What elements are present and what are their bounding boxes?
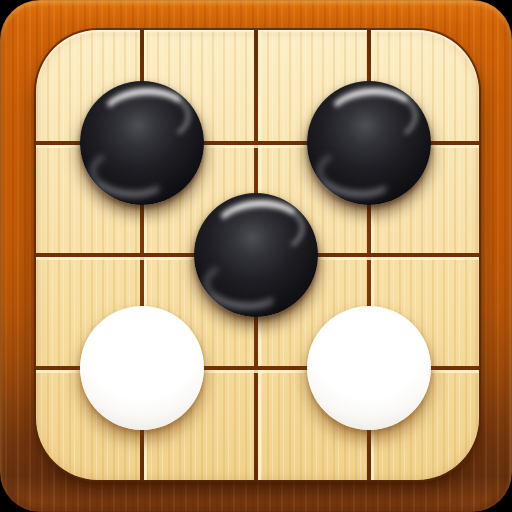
black-stone — [307, 81, 431, 205]
go-app-icon[interactable] — [0, 0, 512, 512]
black-stone — [80, 81, 204, 205]
white-stone — [307, 306, 431, 430]
go-board — [36, 30, 479, 480]
white-stone — [80, 306, 204, 430]
screenshot-canvas — [0, 0, 512, 512]
black-stone — [194, 193, 318, 317]
